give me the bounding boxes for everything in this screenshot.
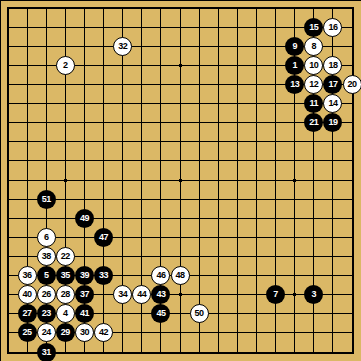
stone-move-37[interactable]: 37	[75, 285, 94, 304]
move-number: 47	[99, 233, 108, 242]
move-number: 41	[80, 309, 89, 318]
stone-move-36[interactable]: 36	[18, 266, 37, 285]
move-number: 29	[61, 328, 70, 337]
stone-move-27[interactable]: 27	[18, 304, 37, 323]
move-number: 14	[328, 99, 337, 108]
move-number: 45	[156, 309, 165, 318]
move-number: 51	[42, 195, 51, 204]
move-number: 23	[42, 309, 51, 318]
stone-move-38[interactable]: 38	[37, 247, 56, 266]
go-kifu-diagram: 1234567891011121314151617181920212223242…	[0, 0, 361, 361]
move-number: 24	[42, 328, 51, 337]
move-number: 6	[44, 233, 49, 242]
move-number: 48	[175, 271, 184, 280]
move-number: 33	[99, 271, 108, 280]
move-number: 25	[23, 328, 32, 337]
move-number: 27	[23, 309, 32, 318]
stone-move-16[interactable]: 16	[323, 18, 342, 37]
move-number: 31	[42, 348, 51, 357]
move-number: 44	[137, 290, 146, 299]
move-number: 15	[309, 23, 318, 32]
stone-move-15[interactable]: 15	[304, 18, 323, 37]
stone-move-5[interactable]: 5	[37, 266, 56, 285]
star-point	[64, 179, 67, 182]
move-number: 1	[292, 61, 297, 70]
move-number: 16	[328, 23, 337, 32]
move-number: 34	[118, 290, 127, 299]
move-number: 50	[195, 309, 204, 318]
star-point	[293, 293, 296, 296]
stone-move-40[interactable]: 40	[18, 285, 37, 304]
move-number: 19	[328, 118, 337, 127]
stone-move-24[interactable]: 24	[37, 323, 56, 342]
go-board[interactable]: 1234567891011121314151617181920212223242…	[0, 0, 361, 361]
move-number: 8	[312, 42, 317, 51]
stone-move-8[interactable]: 8	[304, 37, 323, 56]
stone-move-35[interactable]: 35	[56, 266, 75, 285]
stone-move-6[interactable]: 6	[37, 228, 56, 247]
stone-move-23[interactable]: 23	[37, 304, 56, 323]
stone-move-51[interactable]: 51	[37, 190, 56, 209]
move-number: 42	[99, 328, 108, 337]
move-number: 35	[61, 271, 70, 280]
move-number: 21	[309, 118, 318, 127]
move-number: 12	[309, 80, 318, 89]
move-number: 13	[290, 80, 299, 89]
stone-move-28[interactable]: 28	[56, 285, 75, 304]
move-number: 40	[23, 290, 32, 299]
move-number: 30	[80, 328, 89, 337]
move-number: 3	[312, 290, 317, 299]
move-number: 43	[156, 290, 165, 299]
star-point	[293, 179, 296, 182]
move-number: 39	[80, 271, 89, 280]
stone-move-20[interactable]: 20	[343, 75, 361, 94]
move-number: 22	[61, 252, 70, 261]
stone-move-32[interactable]: 32	[113, 37, 132, 56]
move-number: 28	[61, 290, 70, 299]
move-number: 38	[42, 252, 51, 261]
stone-move-49[interactable]: 49	[75, 209, 94, 228]
move-number: 37	[80, 290, 89, 299]
stone-move-47[interactable]: 47	[94, 228, 113, 247]
stone-move-31[interactable]: 31	[37, 343, 56, 361]
stone-move-26[interactable]: 26	[37, 285, 56, 304]
move-number: 10	[309, 61, 318, 70]
move-number: 17	[328, 80, 337, 89]
move-number: 18	[328, 61, 337, 70]
move-number: 49	[80, 214, 89, 223]
stone-move-25[interactable]: 25	[18, 323, 37, 342]
move-number: 32	[118, 42, 127, 51]
stone-move-48[interactable]: 48	[171, 266, 190, 285]
stone-move-22[interactable]: 22	[56, 247, 75, 266]
move-number: 20	[347, 80, 356, 89]
move-number: 26	[42, 290, 51, 299]
move-number: 9	[292, 42, 297, 51]
move-number: 7	[273, 290, 278, 299]
move-number: 36	[23, 271, 32, 280]
star-point	[179, 179, 182, 182]
stone-move-4[interactable]: 4	[56, 304, 75, 323]
stone-move-50[interactable]: 50	[190, 304, 209, 323]
move-number: 4	[63, 309, 68, 318]
star-point	[179, 64, 182, 67]
star-point	[179, 293, 182, 296]
stone-move-10[interactable]: 10	[304, 56, 323, 75]
move-number: 46	[156, 271, 165, 280]
move-number: 11	[310, 99, 319, 108]
stone-move-9[interactable]: 9	[285, 37, 304, 56]
stone-move-13[interactable]: 13	[285, 75, 304, 94]
stone-move-39[interactable]: 39	[75, 266, 94, 285]
move-number: 2	[63, 61, 68, 70]
move-number: 5	[44, 271, 49, 280]
stone-move-1[interactable]: 1	[285, 56, 304, 75]
stone-move-2[interactable]: 2	[56, 56, 75, 75]
